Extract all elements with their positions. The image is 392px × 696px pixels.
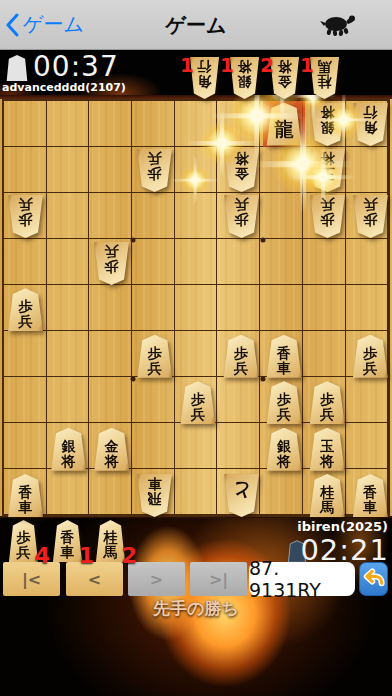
top-player-bar: 00:37 advancedddd(2107) 角行1銀将1金将2桂馬1 [0,50,392,95]
prev-move-button[interactable]: < [66,562,123,596]
last-move-button[interactable]: >| [190,562,247,596]
board-piece-95[interactable]: 歩兵 [7,288,44,331]
board-piece-19[interactable]: 香車 [352,474,389,517]
captured-count: 1 [300,53,314,77]
gote-hand-2[interactable]: 銀将1 [229,57,260,99]
captured-count: 1 [220,53,234,77]
board-piece-27[interactable]: 歩兵 [309,381,346,424]
board-piece-28[interactable]: 玉将 [309,428,346,471]
captured-count: 2 [122,543,137,568]
board-piece-93[interactable]: 歩兵 [7,195,44,238]
sente-hand-2[interactable]: 香車1 [52,520,83,562]
board-piece-38[interactable]: 銀将 [266,428,303,471]
board-piece-49[interactable]: と [223,474,260,517]
turtle-icon[interactable] [318,13,358,39]
board-piece-88[interactable]: 銀将 [50,428,87,471]
sente-player-name: ibiren(2025) [297,519,388,534]
captured-count: 1 [180,53,194,77]
board-piece-16[interactable]: 歩兵 [352,335,389,378]
gote-captured-tray: 角行1銀将1金将2桂馬1 [0,57,392,99]
board-piece-74[interactable]: 歩兵 [93,242,130,285]
board-piece-23[interactable]: 歩兵 [309,195,346,238]
bottom-player-bar: 歩兵4香車1桂馬2 ibiren(2025) 02:21 |< < > >| 8… [0,518,392,696]
sente-hand-1[interactable]: 歩兵4 [8,520,39,562]
board-piece-31[interactable]: 龍 [266,103,303,146]
board-piece-36[interactable]: 香車 [266,335,303,378]
game-result-text: 先手の勝ち [0,597,392,620]
sente-hand-3[interactable]: 桂馬2 [95,520,126,562]
captured-count: 4 [35,543,50,568]
app-screen: ゲーム ゲーム 00:37 advancedddd(2107) 角行1銀将1金将… [0,0,392,696]
star-point [131,238,136,243]
sente-captured-tray: 歩兵4香車1桂馬2 [0,520,250,568]
board-piece-13[interactable]: 歩兵 [352,195,389,238]
board-piece-22[interactable]: 王将 [309,149,346,192]
board-piece-42[interactable]: 金将 [223,149,260,192]
shogi-board[interactable]: 龍銀将角行歩兵金将王将歩兵歩兵歩兵歩兵歩兵歩兵歩兵歩兵香車歩兵歩兵歩兵歩兵銀将金… [0,95,392,518]
board-piece-29[interactable]: 桂馬 [309,474,346,517]
board-piece-78[interactable]: 金将 [93,428,130,471]
board-piece-43[interactable]: 歩兵 [223,195,260,238]
gote-hand-1[interactable]: 角行1 [189,57,220,99]
first-move-button[interactable]: |< [3,562,60,596]
board-piece-46[interactable]: 歩兵 [223,335,260,378]
gote-hand-3[interactable]: 金将2 [269,57,300,99]
star-point [261,238,266,243]
gote-hand-4[interactable]: 桂馬1 [309,57,340,99]
board-piece-66[interactable]: 歩兵 [136,335,173,378]
undo-arrow-icon [363,568,385,590]
board-piece-11[interactable]: 角行 [352,103,389,146]
board-piece-37[interactable]: 歩兵 [266,381,303,424]
board-piece-57[interactable]: 歩兵 [179,381,216,424]
captured-count: 1 [79,543,94,568]
star-point [131,377,136,382]
undo-button[interactable] [359,562,388,596]
board-piece-21[interactable]: 銀将 [309,103,346,146]
captured-count: 2 [260,53,274,77]
board-piece-62[interactable]: 歩兵 [136,149,173,192]
board-piece-99[interactable]: 香車 [7,474,44,517]
move-display[interactable]: 87. 9131RY [249,562,355,596]
board-grid[interactable]: 龍銀将角行歩兵金将王将歩兵歩兵歩兵歩兵歩兵歩兵歩兵歩兵香車歩兵歩兵歩兵歩兵銀将金… [2,99,390,517]
board-piece-69[interactable]: 飛車 [136,474,173,517]
nav-bar: ゲーム ゲーム [0,0,392,50]
